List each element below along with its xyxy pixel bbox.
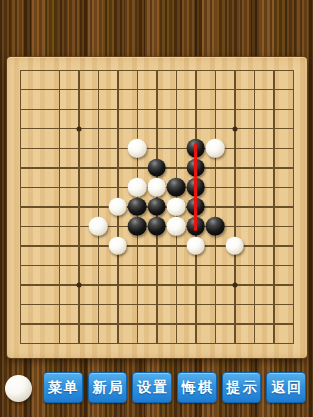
star-point xyxy=(232,126,237,131)
app-screen: 菜单 新局 设置 悔棋 提示 返回 xyxy=(0,0,313,417)
white-stone xyxy=(89,217,108,236)
star-point xyxy=(232,282,237,287)
black-stone xyxy=(147,197,166,216)
toolbar: 菜单 新局 设置 悔棋 提示 返回 xyxy=(0,370,313,410)
black-stone xyxy=(128,217,147,236)
white-stone xyxy=(128,139,147,158)
white-stone xyxy=(206,139,225,158)
white-stone xyxy=(167,217,186,236)
star-point xyxy=(76,282,81,287)
white-stone xyxy=(186,236,205,255)
white-stone xyxy=(108,197,127,216)
star-point xyxy=(76,126,81,131)
white-stone xyxy=(108,236,127,255)
black-stone xyxy=(147,217,166,236)
black-stone xyxy=(206,217,225,236)
white-stone xyxy=(147,178,166,197)
back-button[interactable]: 返回 xyxy=(266,372,306,403)
turn-indicator-stone xyxy=(5,375,32,402)
black-stone xyxy=(167,178,186,197)
white-stone xyxy=(225,236,244,255)
menu-button[interactable]: 菜单 xyxy=(43,372,83,403)
hint-button[interactable]: 提示 xyxy=(222,372,262,403)
new-game-button[interactable]: 新局 xyxy=(88,372,128,403)
white-stone xyxy=(167,197,186,216)
black-stone xyxy=(128,197,147,216)
black-stone xyxy=(147,158,166,177)
settings-button[interactable]: 设置 xyxy=(132,372,172,403)
white-stone xyxy=(128,178,147,197)
undo-button[interactable]: 悔棋 xyxy=(177,372,217,403)
win-line xyxy=(194,143,197,231)
button-row: 菜单 新局 设置 悔棋 提示 返回 xyxy=(43,372,306,403)
gomoku-board[interactable] xyxy=(7,57,307,358)
